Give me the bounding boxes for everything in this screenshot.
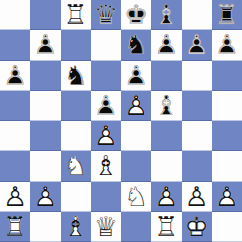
black-pawn-fill-glyph: ♟ [151,31,181,58]
square-g1[interactable]: ♚♔ [182,212,212,242]
piece-white-rook[interactable]: ♜♖ [61,0,91,30]
black-pawn-outline-glyph: ♙ [182,31,212,58]
white-bishop-outline-glyph: ♗ [61,213,91,240]
black-bishop-fill-glyph: ♝ [151,92,181,119]
black-knight-outline-glyph: ♘ [61,61,91,88]
square-c8[interactable]: ♜♖ [61,0,91,30]
piece-white-pawn[interactable]: ♟♙ [151,182,181,212]
piece-white-pawn[interactable]: ♟♙ [212,182,242,212]
white-rook-outline-glyph: ♖ [151,213,181,240]
square-e2[interactable]: ♞♘ [121,182,151,212]
square-b1[interactable] [30,212,60,242]
white-pawn-fill-glyph: ♟ [182,182,212,209]
white-pawn-fill-glyph: ♟ [30,182,60,209]
square-f3[interactable] [151,151,181,181]
square-f2[interactable]: ♟♙ [151,182,181,212]
piece-black-pawn[interactable]: ♟♙ [30,30,60,60]
white-rook-fill-glyph: ♜ [151,213,181,240]
white-bishop-fill-glyph: ♝ [91,152,121,179]
square-e6[interactable]: ♟♙ [121,61,151,91]
square-h7[interactable]: ♟♙ [212,30,242,60]
square-a5[interactable] [0,91,30,121]
black-knight-outline-glyph: ♘ [121,31,151,58]
square-e3[interactable] [121,151,151,181]
piece-white-rook[interactable]: ♜♖ [0,212,30,242]
white-pawn-outline-glyph: ♙ [182,182,212,209]
square-b4[interactable] [30,121,60,151]
square-d8[interactable]: ♛♕ [91,0,121,30]
black-pawn-outline-glyph: ♙ [0,61,30,88]
black-pawn-fill-glyph: ♟ [182,31,212,58]
piece-black-pawn[interactable]: ♟♙ [212,30,242,60]
white-bishop-outline-glyph: ♗ [91,152,121,179]
piece-white-queen[interactable]: ♛♕ [91,212,121,242]
white-rook-fill-glyph: ♜ [61,1,91,28]
square-c4[interactable] [61,121,91,151]
square-b7[interactable]: ♟♙ [30,30,60,60]
square-d7[interactable] [91,30,121,60]
white-king-outline-glyph: ♔ [182,213,212,240]
square-h1[interactable] [212,212,242,242]
piece-black-knight[interactable]: ♞♘ [121,30,151,60]
square-g4[interactable] [182,121,212,151]
square-e4[interactable] [121,121,151,151]
piece-white-pawn[interactable]: ♟♙ [182,182,212,212]
piece-black-pawn[interactable]: ♟♙ [0,61,30,91]
square-b8[interactable] [30,0,60,30]
square-c1[interactable]: ♝♗ [61,212,91,242]
black-king-outline-glyph: ♔ [121,1,151,28]
square-a1[interactable]: ♜♖ [0,212,30,242]
black-bishop-outline-glyph: ♗ [151,1,181,28]
piece-white-bishop[interactable]: ♝♗ [61,212,91,242]
white-bishop-fill-glyph: ♝ [61,213,91,240]
white-knight-outline-glyph: ♘ [61,152,91,179]
white-pawn-fill-glyph: ♟ [212,182,242,209]
black-bishop-outline-glyph: ♗ [151,92,181,119]
square-h8[interactable]: ♜♖ [212,0,242,30]
square-g5[interactable] [182,91,212,121]
black-rook-fill-glyph: ♜ [212,1,242,28]
square-c3[interactable]: ♞♘ [61,151,91,181]
white-pawn-outline-glyph: ♙ [121,92,151,119]
piece-black-bishop[interactable]: ♝♗ [151,0,181,30]
square-d4[interactable]: ♟♙ [91,121,121,151]
piece-black-bishop[interactable]: ♝♗ [151,91,181,121]
square-g8[interactable] [182,0,212,30]
black-pawn-outline-glyph: ♙ [151,31,181,58]
square-h6[interactable] [212,61,242,91]
square-g7[interactable]: ♟♙ [182,30,212,60]
square-h5[interactable] [212,91,242,121]
square-e8[interactable]: ♚♔ [121,0,151,30]
white-knight-outline-glyph: ♘ [121,182,151,209]
black-bishop-fill-glyph: ♝ [151,1,181,28]
black-king-fill-glyph: ♚ [121,1,151,28]
white-pawn-fill-glyph: ♟ [151,182,181,209]
white-queen-outline-glyph: ♕ [91,213,121,240]
piece-black-knight[interactable]: ♞♘ [61,61,91,91]
piece-white-pawn[interactable]: ♟♙ [0,182,30,212]
piece-black-pawn[interactable]: ♟♙ [91,91,121,121]
black-pawn-outline-glyph: ♙ [91,92,121,119]
black-pawn-fill-glyph: ♟ [121,61,151,88]
white-pawn-outline-glyph: ♙ [30,182,60,209]
piece-black-pawn[interactable]: ♟♙ [121,61,151,91]
piece-white-knight[interactable]: ♞♘ [121,182,151,212]
black-queen-outline-glyph: ♕ [91,1,121,28]
black-pawn-fill-glyph: ♟ [91,92,121,119]
white-pawn-outline-glyph: ♙ [91,122,121,149]
square-b5[interactable] [30,91,60,121]
square-f1[interactable]: ♜♖ [151,212,181,242]
square-g6[interactable] [182,61,212,91]
square-d2[interactable] [91,182,121,212]
piece-black-pawn[interactable]: ♟♙ [151,30,181,60]
black-pawn-fill-glyph: ♟ [0,61,30,88]
square-c7[interactable] [61,30,91,60]
piece-white-pawn[interactable]: ♟♙ [121,91,151,121]
white-pawn-outline-glyph: ♙ [212,182,242,209]
square-d1[interactable]: ♛♕ [91,212,121,242]
white-queen-fill-glyph: ♛ [91,213,121,240]
piece-white-pawn[interactable]: ♟♙ [91,121,121,151]
black-knight-fill-glyph: ♞ [61,61,91,88]
square-e1[interactable] [121,212,151,242]
white-pawn-fill-glyph: ♟ [0,182,30,209]
square-f8[interactable]: ♝♗ [151,0,181,30]
square-c5[interactable] [61,91,91,121]
white-king-fill-glyph: ♚ [182,213,212,240]
square-a4[interactable] [0,121,30,151]
square-f7[interactable]: ♟♙ [151,30,181,60]
piece-white-rook[interactable]: ♜♖ [151,212,181,242]
black-rook-outline-glyph: ♖ [212,1,242,28]
square-a7[interactable] [0,30,30,60]
square-f5[interactable]: ♝♗ [151,91,181,121]
square-h2[interactable]: ♟♙ [212,182,242,212]
black-queen-fill-glyph: ♛ [91,1,121,28]
black-pawn-fill-glyph: ♟ [212,31,242,58]
square-d5[interactable]: ♟♙ [91,91,121,121]
square-g3[interactable] [182,151,212,181]
piece-white-pawn[interactable]: ♟♙ [30,182,60,212]
square-a8[interactable] [0,0,30,30]
white-rook-outline-glyph: ♖ [61,1,91,28]
square-e7[interactable]: ♞♘ [121,30,151,60]
piece-white-knight[interactable]: ♞♘ [61,151,91,181]
square-b3[interactable] [30,151,60,181]
black-pawn-fill-glyph: ♟ [30,31,60,58]
black-knight-fill-glyph: ♞ [121,31,151,58]
square-e5[interactable]: ♟♙ [121,91,151,121]
white-rook-fill-glyph: ♜ [0,213,30,240]
piece-white-king[interactable]: ♚♔ [182,212,212,242]
white-knight-fill-glyph: ♞ [61,152,91,179]
piece-black-queen[interactable]: ♛♕ [91,0,121,30]
piece-black-pawn[interactable]: ♟♙ [182,30,212,60]
square-d6[interactable] [91,61,121,91]
white-pawn-outline-glyph: ♙ [151,182,181,209]
black-pawn-outline-glyph: ♙ [30,31,60,58]
white-pawn-fill-glyph: ♟ [121,92,151,119]
square-d3[interactable]: ♝♗ [91,151,121,181]
black-pawn-outline-glyph: ♙ [121,61,151,88]
square-a6[interactable]: ♟♙ [0,61,30,91]
square-h4[interactable] [212,121,242,151]
square-b2[interactable]: ♟♙ [30,182,60,212]
square-a3[interactable] [0,151,30,181]
square-a2[interactable]: ♟♙ [0,182,30,212]
square-f6[interactable] [151,61,181,91]
square-f4[interactable] [151,121,181,151]
white-pawn-fill-glyph: ♟ [91,122,121,149]
square-b6[interactable] [30,61,60,91]
chess-board: ♜♖♛♕♚♔♝♗♜♖♟♙♞♘♟♙♟♙♟♙♟♙♞♘♟♙♟♙♟♙♝♗♟♙♞♘♝♗♟♙… [0,0,242,242]
white-rook-outline-glyph: ♖ [0,213,30,240]
white-pawn-outline-glyph: ♙ [0,182,30,209]
white-knight-fill-glyph: ♞ [121,182,151,209]
square-c2[interactable] [61,182,91,212]
piece-black-king[interactable]: ♚♔ [121,0,151,30]
square-h3[interactable] [212,151,242,181]
square-c6[interactable]: ♞♘ [61,61,91,91]
black-pawn-outline-glyph: ♙ [212,31,242,58]
piece-black-rook[interactable]: ♜♖ [212,0,242,30]
piece-white-bishop[interactable]: ♝♗ [91,151,121,181]
square-g2[interactable]: ♟♙ [182,182,212,212]
